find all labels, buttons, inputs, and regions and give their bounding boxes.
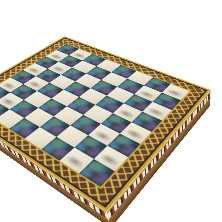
chess-set-photo: ♜♟♟♜♞♟♟♞♝♟♟♝♛♟♟♛♚♟♟♚♝♟♟♝♞♟♟♞♜♟♟♜ [0, 0, 222, 222]
chess-board: ♜♟♟♜♞♟♟♞♝♟♟♝♛♟♟♛♚♟♟♚♝♟♟♝♞♟♟♞♜♟♟♜ [0, 36, 211, 211]
copper-rook-glyph: ♜ [63, 143, 121, 177]
